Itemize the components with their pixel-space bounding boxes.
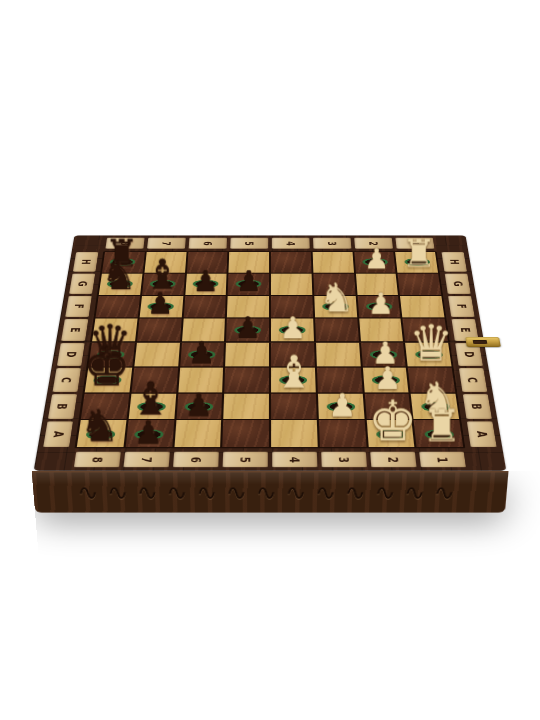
coordinate-text: H [448, 259, 461, 264]
rank-label-near-2: 2 [370, 452, 416, 468]
file-label-left-d: D [57, 343, 85, 366]
white-bishop-c4[interactable]: ♝ [270, 367, 317, 393]
black-pawn-a7[interactable]: ♟ [123, 420, 174, 448]
piece-glyph: ♟ [184, 390, 213, 419]
rank-labels-near: 87654321 [74, 452, 466, 468]
coordinate-text: C [60, 377, 74, 383]
rank-label-near-1: 1 [419, 452, 466, 468]
piece-glyph: ♟ [234, 314, 261, 342]
piece-glyph: ♟ [367, 290, 393, 317]
coordinate-text: D [64, 351, 78, 357]
piece-glyph: ♚ [82, 344, 130, 393]
coordinate-text: 5 [243, 241, 255, 245]
coordinate-text: B [470, 403, 485, 409]
piece-glyph: ♟ [133, 418, 162, 448]
coordinate-text: F [455, 304, 468, 309]
file-label-right-b: B [463, 394, 492, 419]
black-knight-g8[interactable]: ♞ [97, 273, 143, 295]
coordinate-text: C [466, 377, 480, 383]
black-pawn-g6[interactable]: ♟ [183, 273, 227, 295]
file-label-right-g: G [445, 274, 471, 294]
coordinate-text: 6 [202, 241, 214, 245]
coordinate-text: 1 [435, 457, 450, 463]
piece-glyph: ♟ [373, 364, 401, 393]
white-king-a2[interactable]: ♚ [366, 420, 417, 448]
coordinate-text: 7 [160, 241, 172, 245]
rank-label-near-8: 8 [74, 452, 121, 468]
black-pawn-d6[interactable]: ♟ [178, 342, 225, 367]
piece-glyph: ♞ [318, 281, 354, 318]
file-label-right-a: A [467, 421, 497, 447]
coordinate-text: 8 [119, 241, 131, 245]
black-pawn-f7[interactable]: ♟ [138, 295, 184, 318]
rank-label-far-3: 3 [313, 238, 351, 249]
coordinate-text: 5 [238, 457, 252, 463]
coordinate-text: G [76, 281, 89, 286]
board-3d: 87654321 87654321 HGFEDCBA HGFEDCBA ♜♞♛♚… [34, 236, 507, 471]
rank-label-far-5: 5 [230, 238, 268, 249]
white-rook-h1[interactable]: ♜ [395, 251, 440, 272]
pieces-layer: ♜♞♛♚♞♝♟♝♟♟♟♟♟♟♝♟♟♞♚♟♟♟♟♜♞♛♜ [74, 251, 465, 448]
piece-glyph: ♛ [408, 321, 453, 367]
piece-glyph: ♟ [327, 390, 356, 419]
file-label-left-g: G [69, 274, 95, 294]
piece-glyph: ♞ [79, 407, 119, 448]
rank-label-far-6: 6 [189, 238, 227, 249]
piece-glyph: ♟ [192, 268, 218, 295]
file-label-left-c: C [53, 368, 82, 392]
file-label-left-a: A [43, 421, 73, 447]
coordinate-text: A [474, 431, 489, 437]
coordinate-text: 6 [189, 457, 204, 463]
black-pawn-e5[interactable]: ♟ [225, 318, 270, 342]
coordinate-text: B [55, 403, 70, 409]
black-king-c8[interactable]: ♚ [83, 367, 133, 393]
file-label-right-d: D [455, 343, 483, 366]
coordinate-text: E [68, 327, 82, 332]
coordinate-text: 3 [337, 457, 352, 463]
rank-label-near-6: 6 [173, 452, 219, 468]
black-knight-a8[interactable]: ♞ [74, 420, 126, 448]
rank-label-far-7: 7 [147, 238, 186, 249]
coordinate-text: G [451, 281, 464, 286]
rank-label-near-4: 4 [272, 452, 317, 468]
coordinate-text: E [458, 327, 472, 332]
carved-wave-pattern: ∿∿∿∿∿∿∿∿∿∿∿∿∿ [76, 480, 464, 504]
rank-label-near-7: 7 [123, 452, 169, 468]
white-rook-a1[interactable]: ♜ [414, 420, 466, 448]
coordinate-text: D [462, 351, 476, 357]
black-pawn-g5[interactable]: ♟ [227, 273, 270, 295]
coordinate-text: 3 [326, 241, 338, 245]
white-queen-d1[interactable]: ♛ [405, 342, 454, 367]
piece-glyph: ♟ [235, 268, 261, 295]
chess-set-scene: 87654321 87654321 HGFEDCBA HGFEDCBA ♜♞♛♚… [56, 128, 484, 556]
piece-glyph: ♟ [279, 314, 306, 342]
coordinate-text: 2 [386, 457, 401, 463]
file-label-left-h: H [73, 252, 99, 272]
piece-glyph: ♚ [367, 397, 417, 448]
rank-label-near-5: 5 [223, 452, 268, 468]
coordinate-text: 1 [409, 241, 421, 245]
white-pawn-h2[interactable]: ♟ [353, 251, 397, 272]
coordinate-text: 8 [90, 457, 105, 463]
piece-glyph: ♟ [363, 246, 388, 272]
white-knight-f3[interactable]: ♞ [313, 295, 358, 318]
piece-glyph: ♜ [421, 407, 461, 448]
file-label-left-b: B [48, 394, 77, 419]
file-label-right-h: H [442, 252, 468, 272]
piece-glyph: ♞ [101, 258, 136, 294]
coordinate-text: 2 [367, 241, 379, 245]
rank-label-far-4: 4 [272, 238, 310, 249]
file-label-right-c: C [459, 368, 488, 392]
rank-label-near-3: 3 [321, 452, 367, 468]
piece-glyph: ♟ [147, 290, 173, 317]
white-pawn-f2[interactable]: ♟ [357, 295, 403, 318]
piece-glyph: ♝ [273, 351, 313, 392]
black-pawn-b6[interactable]: ♟ [174, 393, 223, 420]
coordinate-text: F [72, 304, 85, 309]
coordinate-text: A [51, 431, 66, 437]
coordinate-text: H [79, 259, 92, 264]
coordinate-text: 4 [285, 241, 297, 245]
board-frame: 87654321 87654321 HGFEDCBA HGFEDCBA ♜♞♛♚… [34, 236, 507, 471]
piece-glyph: ♟ [187, 338, 214, 366]
coordinate-text: 7 [139, 457, 154, 463]
product-photo-page: 87654321 87654321 HGFEDCBA HGFEDCBA ♜♞♛♚… [0, 0, 540, 720]
board-front-edge: ∿∿∿∿∿∿∿∿∿∿∿∿∿ [31, 471, 508, 513]
white-pawn-e4[interactable]: ♟ [270, 318, 315, 342]
white-pawn-b3[interactable]: ♟ [317, 393, 366, 420]
coordinate-text: 4 [287, 457, 301, 463]
